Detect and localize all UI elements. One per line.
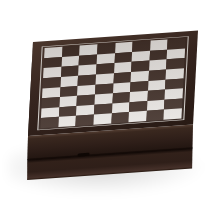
chess-board <box>40 38 185 128</box>
square-f1 <box>129 111 147 122</box>
product-photo-scene <box>0 0 220 220</box>
square-b1 <box>58 116 76 127</box>
square-g1 <box>146 110 164 121</box>
board-border-line <box>37 36 188 130</box>
square-e1 <box>111 112 129 123</box>
box-lid-top <box>28 30 198 136</box>
square-d1 <box>93 113 111 124</box>
square-a1 <box>40 117 58 128</box>
square-c1 <box>76 115 94 126</box>
lid-seam <box>28 148 193 161</box>
square-h1 <box>164 108 182 119</box>
